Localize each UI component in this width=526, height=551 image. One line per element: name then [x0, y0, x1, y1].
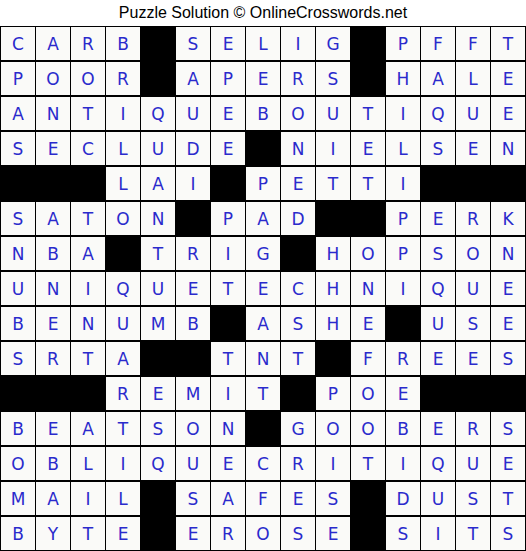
letter-cell: M: [141, 307, 175, 340]
letter-cell: G: [316, 27, 350, 60]
letter-cell: S: [491, 412, 525, 445]
letter-cell: S: [491, 517, 525, 550]
letter-cell: N: [211, 412, 245, 445]
letter-cell: R: [281, 447, 315, 480]
letter-cell: F: [456, 27, 490, 60]
letter-cell: A: [246, 202, 280, 235]
letter-cell: O: [456, 237, 490, 270]
letter-cell: D: [281, 202, 315, 235]
letter-cell: P: [316, 377, 350, 410]
letter-cell: R: [106, 377, 140, 410]
letter-cell: I: [421, 517, 455, 550]
letter-cell: A: [36, 202, 70, 235]
letter-cell: O: [281, 97, 315, 130]
black-cell: [1, 167, 35, 200]
letter-cell: P: [386, 27, 420, 60]
black-cell: [421, 167, 455, 200]
letter-cell: A: [246, 307, 280, 340]
letter-cell: C: [281, 272, 315, 305]
black-cell: [281, 377, 315, 410]
black-cell: [386, 307, 420, 340]
letter-cell: O: [106, 202, 140, 235]
letter-cell: I: [316, 132, 350, 165]
letter-cell: P: [386, 237, 420, 270]
letter-cell: E: [491, 62, 525, 95]
letter-cell: A: [211, 482, 245, 515]
letter-cell: S: [421, 132, 455, 165]
letter-cell: E: [281, 482, 315, 515]
letter-cell: S: [1, 132, 35, 165]
letter-cell: S: [316, 482, 350, 515]
letter-cell: E: [351, 307, 385, 340]
letter-cell: B: [386, 412, 420, 445]
letter-cell: N: [1, 237, 35, 270]
letter-cell: U: [141, 132, 175, 165]
letter-cell: T: [281, 342, 315, 375]
letter-cell: E: [211, 97, 245, 130]
letter-cell: T: [71, 342, 105, 375]
black-cell: [316, 342, 350, 375]
letter-cell: T: [211, 342, 245, 375]
black-cell: [491, 377, 525, 410]
letter-cell: T: [71, 202, 105, 235]
letter-cell: S: [421, 237, 455, 270]
letter-cell: S: [491, 342, 525, 375]
letter-cell: I: [281, 27, 315, 60]
letter-cell: I: [386, 272, 420, 305]
black-cell: [106, 237, 140, 270]
letter-cell: R: [456, 202, 490, 235]
letter-cell: N: [491, 237, 525, 270]
letter-cell: B: [36, 237, 70, 270]
letter-cell: P: [386, 202, 420, 235]
letter-cell: T: [491, 482, 525, 515]
letter-cell: S: [176, 482, 210, 515]
letter-cell: A: [1, 97, 35, 130]
letter-cell: E: [456, 132, 490, 165]
black-cell: [36, 167, 70, 200]
letter-cell: I: [386, 447, 420, 480]
letter-cell: N: [71, 307, 105, 340]
black-cell: [1, 377, 35, 410]
letter-cell: E: [106, 517, 140, 550]
letter-cell: T: [351, 167, 385, 200]
letter-cell: B: [176, 307, 210, 340]
puzzle-solution-page: Puzzle Solution © OnlineCrosswords.net C…: [0, 0, 526, 551]
letter-cell: L: [456, 62, 490, 95]
black-cell: [246, 132, 280, 165]
letter-cell: R: [106, 62, 140, 95]
black-cell: [211, 167, 245, 200]
black-cell: [351, 202, 385, 235]
letter-cell: I: [211, 377, 245, 410]
black-cell: [351, 62, 385, 95]
letter-cell: O: [1, 447, 35, 480]
letter-cell: I: [71, 482, 105, 515]
letter-cell: U: [421, 307, 455, 340]
letter-cell: P: [1, 62, 35, 95]
letter-cell: E: [456, 342, 490, 375]
letter-cell: E: [176, 517, 210, 550]
black-cell: [456, 377, 490, 410]
letter-cell: I: [386, 167, 420, 200]
letter-cell: T: [106, 412, 140, 445]
letter-cell: E: [211, 447, 245, 480]
letter-cell: T: [211, 272, 245, 305]
letter-cell: Q: [421, 272, 455, 305]
letter-cell: B: [1, 412, 35, 445]
black-cell: [351, 517, 385, 550]
letter-cell: L: [386, 132, 420, 165]
letter-cell: N: [351, 272, 385, 305]
letter-cell: N: [36, 272, 70, 305]
letter-cell: A: [71, 412, 105, 445]
letter-cell: G: [246, 237, 280, 270]
letter-cell: F: [246, 482, 280, 515]
black-cell: [176, 202, 210, 235]
letter-cell: H: [386, 62, 420, 95]
letter-cell: T: [351, 97, 385, 130]
letter-cell: R: [281, 62, 315, 95]
page-title: Puzzle Solution © OnlineCrosswords.net: [0, 0, 526, 26]
letter-cell: L: [106, 167, 140, 200]
letter-cell: M: [1, 482, 35, 515]
black-cell: [456, 167, 490, 200]
letter-cell: L: [71, 447, 105, 480]
letter-cell: L: [246, 27, 280, 60]
letter-cell: K: [491, 202, 525, 235]
letter-cell: E: [246, 272, 280, 305]
letter-cell: M: [176, 377, 210, 410]
letter-cell: A: [421, 62, 455, 95]
letter-cell: Q: [141, 97, 175, 130]
black-cell: [351, 27, 385, 60]
letter-cell: S: [316, 62, 350, 95]
letter-cell: C: [246, 447, 280, 480]
letter-cell: E: [141, 377, 175, 410]
letter-cell: E: [421, 412, 455, 445]
letter-cell: N: [141, 202, 175, 235]
letter-cell: N: [246, 342, 280, 375]
letter-cell: O: [176, 412, 210, 445]
letter-cell: E: [36, 132, 70, 165]
letter-cell: E: [36, 307, 70, 340]
black-cell: [141, 27, 175, 60]
letter-cell: U: [456, 97, 490, 130]
letter-cell: O: [351, 412, 385, 445]
letter-cell: L: [106, 482, 140, 515]
letter-cell: N: [36, 97, 70, 130]
black-cell: [421, 377, 455, 410]
letter-cell: Q: [106, 272, 140, 305]
letter-cell: A: [36, 27, 70, 60]
letter-cell: N: [491, 132, 525, 165]
black-cell: [491, 167, 525, 200]
letter-cell: U: [141, 272, 175, 305]
letter-cell: E: [36, 412, 70, 445]
letter-cell: E: [491, 272, 525, 305]
letter-cell: B: [1, 517, 35, 550]
letter-cell: U: [316, 97, 350, 130]
letter-cell: O: [36, 62, 70, 95]
letter-cell: U: [1, 272, 35, 305]
letter-cell: E: [351, 132, 385, 165]
letter-cell: B: [246, 97, 280, 130]
letter-cell: D: [386, 482, 420, 515]
letter-cell: I: [106, 97, 140, 130]
letter-cell: O: [351, 237, 385, 270]
letter-cell: E: [421, 202, 455, 235]
letter-cell: B: [1, 307, 35, 340]
black-cell: [351, 482, 385, 515]
letter-cell: C: [71, 132, 105, 165]
letter-cell: S: [456, 307, 490, 340]
letter-cell: P: [211, 62, 245, 95]
letter-cell: T: [351, 447, 385, 480]
letter-cell: E: [491, 97, 525, 130]
letter-cell: T: [456, 517, 490, 550]
black-cell: [141, 517, 175, 550]
letter-cell: I: [211, 237, 245, 270]
letter-cell: U: [456, 447, 490, 480]
letter-cell: E: [281, 167, 315, 200]
letter-cell: O: [246, 517, 280, 550]
black-cell: [281, 237, 315, 270]
letter-cell: E: [491, 447, 525, 480]
black-cell: [141, 62, 175, 95]
letter-cell: U: [421, 482, 455, 515]
letter-cell: G: [281, 412, 315, 445]
letter-cell: N: [281, 132, 315, 165]
letter-cell: Q: [421, 447, 455, 480]
black-cell: [71, 167, 105, 200]
letter-cell: F: [351, 342, 385, 375]
letter-cell: R: [456, 412, 490, 445]
letter-cell: S: [176, 27, 210, 60]
black-cell: [316, 202, 350, 235]
black-cell: [141, 342, 175, 375]
letter-cell: A: [36, 482, 70, 515]
letter-cell: R: [211, 517, 245, 550]
letter-cell: E: [246, 62, 280, 95]
letter-cell: T: [316, 167, 350, 200]
letter-cell: S: [141, 412, 175, 445]
letter-cell: R: [71, 27, 105, 60]
letter-cell: E: [211, 27, 245, 60]
letter-cell: Q: [421, 97, 455, 130]
letter-cell: E: [386, 377, 420, 410]
letter-cell: S: [456, 482, 490, 515]
letter-cell: R: [386, 342, 420, 375]
letter-cell: E: [316, 517, 350, 550]
letter-cell: C: [1, 27, 35, 60]
letter-cell: Y: [36, 517, 70, 550]
letter-cell: T: [71, 517, 105, 550]
letter-cell: F: [421, 27, 455, 60]
letter-cell: I: [386, 97, 420, 130]
letter-cell: U: [456, 272, 490, 305]
black-cell: [141, 482, 175, 515]
letter-cell: T: [246, 377, 280, 410]
letter-cell: A: [71, 237, 105, 270]
letter-cell: S: [281, 517, 315, 550]
letter-cell: T: [71, 97, 105, 130]
letter-cell: O: [351, 377, 385, 410]
letter-cell: D: [176, 132, 210, 165]
letter-cell: I: [106, 447, 140, 480]
crossword-grid: CARBSELIGPFFTPOORAPERSHALEANTIQUEBOUTIQU…: [0, 26, 526, 551]
letter-cell: S: [1, 202, 35, 235]
letter-cell: R: [176, 237, 210, 270]
letter-cell: H: [316, 307, 350, 340]
letter-cell: O: [71, 62, 105, 95]
letter-cell: S: [1, 342, 35, 375]
letter-cell: T: [141, 237, 175, 270]
letter-cell: U: [106, 307, 140, 340]
letter-cell: R: [36, 342, 70, 375]
letter-cell: E: [211, 132, 245, 165]
letter-cell: P: [211, 202, 245, 235]
letter-cell: U: [176, 447, 210, 480]
letter-cell: B: [106, 27, 140, 60]
black-cell: [71, 377, 105, 410]
letter-cell: I: [71, 272, 105, 305]
letter-cell: A: [176, 62, 210, 95]
letter-cell: B: [36, 447, 70, 480]
letter-cell: E: [491, 307, 525, 340]
black-cell: [176, 342, 210, 375]
black-cell: [36, 377, 70, 410]
letter-cell: H: [316, 272, 350, 305]
letter-cell: U: [176, 97, 210, 130]
black-cell: [211, 307, 245, 340]
letter-cell: S: [386, 517, 420, 550]
letter-cell: E: [421, 342, 455, 375]
letter-cell: I: [316, 447, 350, 480]
letter-cell: H: [316, 237, 350, 270]
letter-cell: O: [316, 412, 350, 445]
letter-cell: A: [141, 167, 175, 200]
black-cell: [246, 412, 280, 445]
letter-cell: T: [491, 27, 525, 60]
letter-cell: P: [246, 167, 280, 200]
letter-cell: Q: [141, 447, 175, 480]
letter-cell: E: [176, 272, 210, 305]
letter-cell: S: [281, 307, 315, 340]
letter-cell: L: [106, 132, 140, 165]
letter-cell: I: [176, 167, 210, 200]
letter-cell: A: [106, 342, 140, 375]
